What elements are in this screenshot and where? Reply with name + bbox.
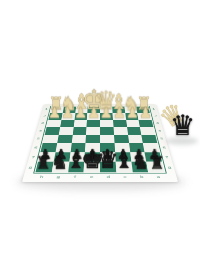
square-c4 [113,127,127,135]
square-g4 [59,127,74,135]
rank-label-right-6: 6 [161,143,168,152]
black-rook: ♜ [36,155,52,172]
square-f2: ♟ [74,113,87,120]
square-c8: ♝ [115,162,132,172]
square-f4 [72,127,86,135]
black-knight: ♞ [132,153,149,172]
white-pawn: ♟ [113,105,126,120]
file-labels: hgfedcba [33,175,167,178]
rank-label-right-3: 3 [155,119,161,126]
file-label-e: e [83,175,100,178]
white-pawn: ♟ [126,105,139,120]
product-photo: ♜♞♝♚♛♝♞♜♟♟♟♟♟♟♟♟♟♟♟♟♟♟♟♟♜♞♝♚♛♝♞♜ hgfedcb… [0,0,200,280]
square-a2: ♟ [137,113,151,120]
extra-black-queen: ♛ [170,112,195,140]
square-a5 [141,135,157,143]
file-label-f: f [66,175,83,178]
square-b8: ♞ [131,162,148,172]
square-f5 [71,135,86,143]
white-pawn: ♟ [74,105,87,120]
square-e3 [87,120,100,127]
white-pawn: ♟ [48,105,61,120]
square-c2: ♟ [112,113,125,120]
file-label-g: g [50,175,67,178]
board-frame: ♜♞♝♚♛♝♞♜♟♟♟♟♟♟♟♟♟♟♟♟♟♟♟♟♜♞♝♚♛♝♞♜ [33,106,167,173]
file-label-h: h [33,175,50,178]
square-a3 [139,120,154,127]
square-d8: ♛ [100,162,116,172]
rank-label-right-5: 5 [159,135,166,144]
square-d4 [100,127,114,135]
board-grid: ♜♞♝♚♛♝♞♜♟♟♟♟♟♟♟♟♟♟♟♟♟♟♟♟♜♞♝♚♛♝♞♜ [35,107,164,172]
square-f3 [73,120,87,127]
square-e4 [86,127,100,135]
white-pawn: ♟ [87,105,100,120]
board-mat: ♜♞♝♚♛♝♞♜♟♟♟♟♟♟♟♟♟♟♟♟♟♟♟♟♜♞♝♚♛♝♞♜ hgfedcb… [22,104,178,182]
black-rook: ♜ [149,155,165,172]
square-g2: ♟ [61,113,75,120]
square-a4 [140,127,155,135]
file-label-d: d [100,175,117,178]
rank-label-right-8: 8 [166,163,174,174]
file-label-a: a [150,175,167,178]
square-c5 [114,135,129,143]
white-pawn: ♟ [100,105,113,120]
black-knight: ♞ [51,153,68,172]
square-b2: ♟ [125,113,139,120]
square-g5 [57,135,72,143]
square-c3 [113,120,127,127]
white-pawn: ♟ [61,105,74,120]
square-d3 [100,120,113,127]
square-g3 [60,120,74,127]
square-d5 [100,135,114,143]
file-label-b: b [133,175,150,178]
square-a8: ♜ [146,162,164,172]
square-e2: ♟ [87,113,100,120]
board-scene: ♜♞♝♚♛♝♞♜♟♟♟♟♟♟♟♟♟♟♟♟♟♟♟♟♜♞♝♚♛♝♞♜ hgfedcb… [22,22,178,182]
rank-label-right-4: 4 [157,127,163,135]
square-e5 [86,135,100,143]
square-d2: ♟ [100,113,113,120]
square-b4 [127,127,142,135]
black-bishop: ♝ [115,152,133,172]
file-label-c: c [117,175,134,178]
white-pawn: ♟ [139,105,152,120]
